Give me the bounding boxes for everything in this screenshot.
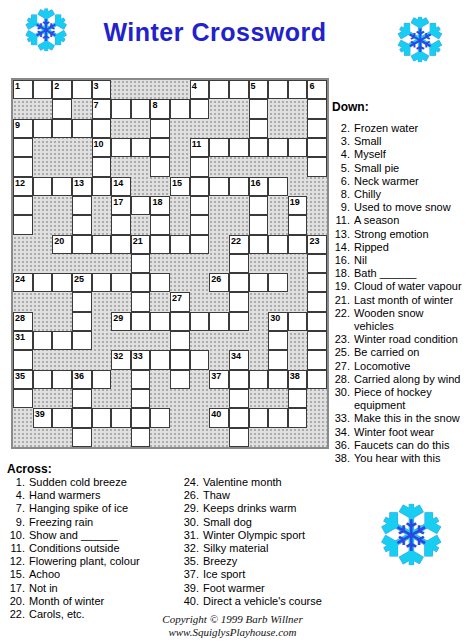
- copyright: Copyright © 1999 Barb Willner www.Squigl…: [115, 613, 350, 639]
- clue-list-text: Wooden snow vehicles: [354, 307, 424, 333]
- letter-cell[interactable]: [307, 312, 327, 331]
- letter-cell[interactable]: [249, 370, 269, 389]
- clue-list-number: 15.: [7, 568, 25, 581]
- clue-list-text: Keeps drinks warm: [203, 502, 297, 515]
- letter-cell[interactable]: [268, 177, 288, 196]
- blocked-cell: [268, 254, 288, 273]
- letter-cell[interactable]: [229, 292, 249, 311]
- letter-cell[interactable]: [72, 196, 92, 215]
- clue-list-text: Flowering plant, colour: [29, 555, 140, 568]
- letter-cell[interactable]: [111, 408, 131, 427]
- letter-cell[interactable]: [288, 408, 308, 427]
- down-clue: 22.Wooden snow vehicles: [332, 307, 467, 333]
- letter-cell[interactable]: [229, 428, 249, 447]
- blocked-cell: [229, 331, 249, 350]
- blocked-cell: [111, 80, 131, 99]
- letter-cell[interactable]: 25: [72, 273, 92, 292]
- letter-cell[interactable]: [190, 177, 210, 196]
- blocked-cell: [307, 196, 327, 215]
- blocked-cell: [72, 138, 92, 157]
- letter-cell[interactable]: [111, 235, 131, 254]
- clue-number: 1: [15, 81, 20, 91]
- blocked-cell: [249, 389, 269, 408]
- letter-cell[interactable]: [190, 196, 210, 215]
- blocked-cell: [268, 119, 288, 138]
- clue-number: 20: [54, 236, 64, 246]
- letter-cell[interactable]: 13: [72, 177, 92, 196]
- blocked-cell: [111, 331, 131, 350]
- clue-list-number: 8.: [332, 188, 350, 201]
- letter-cell[interactable]: [13, 389, 33, 408]
- letter-cell[interactable]: 40: [209, 408, 229, 427]
- blocked-cell: [170, 389, 190, 408]
- letter-cell[interactable]: [170, 99, 190, 118]
- letter-cell[interactable]: 31: [13, 331, 33, 350]
- clue-number: 31: [15, 332, 25, 342]
- letter-cell[interactable]: 3: [92, 80, 112, 99]
- letter-cell[interactable]: [307, 157, 327, 176]
- letter-cell[interactable]: 9: [13, 119, 33, 138]
- letter-cell[interactable]: [111, 99, 131, 118]
- snowflake-icon: ❆ ❄: [394, 10, 446, 72]
- letter-cell[interactable]: [52, 273, 72, 292]
- letter-cell[interactable]: [307, 292, 327, 311]
- blocked-cell: [33, 428, 53, 447]
- letter-cell[interactable]: [190, 235, 210, 254]
- letter-cell[interactable]: [170, 370, 190, 389]
- letter-cell[interactable]: [52, 99, 72, 118]
- across-clue: 35.Breezy: [181, 555, 339, 568]
- letter-cell[interactable]: [209, 138, 229, 157]
- clue-list-number: 10.: [7, 529, 25, 542]
- letter-cell[interactable]: [249, 235, 269, 254]
- letter-cell[interactable]: [150, 157, 170, 176]
- letter-cell[interactable]: [131, 254, 151, 273]
- letter-cell[interactable]: [150, 408, 170, 427]
- clue-list-number: 24.: [181, 476, 199, 489]
- blocked-cell: [268, 157, 288, 176]
- letter-cell[interactable]: [190, 99, 210, 118]
- clue-number: 15: [172, 178, 182, 188]
- clue-list-number: 22.: [332, 307, 350, 333]
- letter-cell[interactable]: [268, 273, 288, 292]
- across-clue: 20.Month of winter: [7, 595, 179, 608]
- blocked-cell: [92, 389, 112, 408]
- clue-number: 5: [251, 81, 256, 91]
- clue-list-text: Ripped: [354, 241, 389, 254]
- letter-cell[interactable]: [33, 177, 53, 196]
- letter-cell[interactable]: [288, 138, 308, 157]
- clue-list-text: Hand warmers: [29, 489, 101, 502]
- clue-list-text: Chilly: [354, 188, 381, 201]
- blocked-cell: [170, 138, 190, 157]
- letter-cell[interactable]: 12: [13, 177, 33, 196]
- letter-cell[interactable]: [150, 350, 170, 369]
- letter-cell[interactable]: [229, 177, 249, 196]
- clue-number: 35: [15, 371, 25, 381]
- blocked-cell: [268, 428, 288, 447]
- letter-cell[interactable]: 36: [72, 370, 92, 389]
- letter-cell[interactable]: [190, 215, 210, 234]
- letter-cell[interactable]: [307, 370, 327, 389]
- letter-cell[interactable]: 28: [13, 312, 33, 331]
- letter-cell[interactable]: [72, 331, 92, 350]
- blocked-cell: [209, 157, 229, 176]
- letter-cell[interactable]: 16: [249, 177, 269, 196]
- letter-cell[interactable]: [150, 312, 170, 331]
- blocked-cell: [33, 138, 53, 157]
- letter-cell[interactable]: [249, 273, 269, 292]
- snowflake-inner-icon: ❄: [22, 2, 71, 60]
- blocked-cell: [13, 254, 33, 273]
- clue-list-text: Make this in the snow: [354, 412, 460, 425]
- letter-cell[interactable]: [288, 215, 308, 234]
- blocked-cell: [268, 215, 288, 234]
- letter-cell[interactable]: 1: [13, 80, 33, 99]
- letter-cell[interactable]: [268, 350, 288, 369]
- letter-cell[interactable]: [131, 273, 151, 292]
- down-clue: 21.Last month of winter: [332, 294, 467, 307]
- letter-cell[interactable]: [72, 408, 92, 427]
- blocked-cell: [288, 292, 308, 311]
- letter-cell[interactable]: [131, 138, 151, 157]
- letter-cell[interactable]: [268, 331, 288, 350]
- down-clue: 28.Carried along by wind: [332, 373, 467, 386]
- letter-cell[interactable]: [307, 138, 327, 157]
- letter-cell[interactable]: [268, 235, 288, 254]
- blocked-cell: [111, 389, 131, 408]
- clue-list-number: 33.: [332, 412, 350, 425]
- letter-cell[interactable]: [229, 389, 249, 408]
- letter-cell[interactable]: [249, 138, 269, 157]
- letter-cell[interactable]: [13, 157, 33, 176]
- clue-number: 11: [192, 139, 202, 149]
- blocked-cell: [72, 99, 92, 118]
- letter-cell[interactable]: [190, 312, 210, 331]
- letter-cell[interactable]: 37: [209, 370, 229, 389]
- blocked-cell: [170, 408, 190, 427]
- blocked-cell: [150, 370, 170, 389]
- clue-list-number: 1.: [7, 476, 25, 489]
- letter-cell[interactable]: [52, 370, 72, 389]
- clue-list-number: 39.: [181, 582, 199, 595]
- snowflake-inner-icon: ❄: [394, 10, 446, 72]
- letter-cell[interactable]: 2: [52, 80, 72, 99]
- letter-cell[interactable]: [229, 273, 249, 292]
- blocked-cell: [33, 99, 53, 118]
- letter-cell[interactable]: 7: [92, 99, 112, 118]
- blocked-cell: [72, 157, 92, 176]
- letter-cell[interactable]: [268, 80, 288, 99]
- across-clue: 37.Ice sport: [181, 568, 339, 581]
- letter-cell[interactable]: [33, 331, 53, 350]
- clue-list-text: Not in: [29, 582, 58, 595]
- blocked-cell: [72, 254, 92, 273]
- clue-list-number: 22.: [7, 608, 25, 621]
- letter-cell[interactable]: [288, 312, 308, 331]
- letter-cell[interactable]: [229, 254, 249, 273]
- letter-cell[interactable]: [229, 408, 249, 427]
- clue-list-number: 6.: [332, 175, 350, 188]
- letter-cell[interactable]: 15: [170, 177, 190, 196]
- letter-cell[interactable]: [229, 138, 249, 157]
- blocked-cell: [307, 177, 327, 196]
- letter-cell[interactable]: 4: [190, 80, 210, 99]
- letter-cell[interactable]: [72, 119, 92, 138]
- letter-cell[interactable]: [13, 138, 33, 157]
- clue-list-text: Carols, etc.: [29, 608, 85, 621]
- clue-list-number: 40.: [181, 595, 199, 608]
- clue-list-text: Ice sport: [203, 568, 245, 581]
- letter-cell[interactable]: [111, 215, 131, 234]
- letter-cell[interactable]: [13, 350, 33, 369]
- letter-cell[interactable]: 11: [190, 138, 210, 157]
- letter-cell[interactable]: [268, 408, 288, 427]
- blocked-cell: [131, 80, 151, 99]
- letter-cell[interactable]: [72, 235, 92, 254]
- letter-cell[interactable]: [190, 157, 210, 176]
- clue-list-text: Strong emotion: [354, 228, 429, 241]
- clue-list-number: 9.: [7, 516, 25, 529]
- letter-cell[interactable]: [170, 312, 190, 331]
- blocked-cell: [190, 119, 210, 138]
- blocked-cell: [52, 196, 72, 215]
- letter-cell[interactable]: [150, 119, 170, 138]
- letter-cell[interactable]: [307, 119, 327, 138]
- letter-cell[interactable]: 38: [288, 370, 308, 389]
- letter-cell[interactable]: 14: [111, 177, 131, 196]
- across-clue: 9.Freezing rain: [7, 516, 179, 529]
- clue-list-number: 19.: [332, 280, 350, 293]
- across-clue: 1.Sudden cold breeze: [7, 476, 179, 489]
- clue-list-text: Foot warmer: [203, 582, 265, 595]
- letter-cell[interactable]: [131, 312, 151, 331]
- letter-cell[interactable]: [52, 408, 72, 427]
- letter-cell[interactable]: 10: [92, 138, 112, 157]
- letter-cell[interactable]: 24: [13, 273, 33, 292]
- letter-cell[interactable]: [72, 80, 92, 99]
- blocked-cell: [52, 428, 72, 447]
- letter-cell[interactable]: [288, 389, 308, 408]
- letter-cell[interactable]: [131, 292, 151, 311]
- letter-cell[interactable]: [131, 389, 151, 408]
- clue-list-text: Silky material: [203, 542, 268, 555]
- letter-cell[interactable]: [170, 331, 190, 350]
- clue-list-number: 16.: [332, 254, 350, 267]
- letter-cell[interactable]: [13, 215, 33, 234]
- blocked-cell: [150, 331, 170, 350]
- letter-cell[interactable]: [209, 312, 229, 331]
- letter-cell[interactable]: [33, 119, 53, 138]
- letter-cell[interactable]: [307, 99, 327, 118]
- letter-cell[interactable]: 17: [111, 196, 131, 215]
- blocked-cell: [33, 312, 53, 331]
- letter-cell[interactable]: [33, 370, 53, 389]
- down-clue: 33.Make this in the snow: [332, 412, 467, 425]
- letter-cell[interactable]: [72, 215, 92, 234]
- blocked-cell: [190, 292, 210, 311]
- clue-list-number: 35.: [181, 555, 199, 568]
- letter-cell[interactable]: [92, 157, 112, 176]
- letter-cell[interactable]: [209, 80, 229, 99]
- letter-cell[interactable]: 30: [268, 312, 288, 331]
- clue-list-text: Winter foot wear: [354, 426, 434, 439]
- across-clue: 17.Not in: [7, 582, 179, 595]
- letter-cell[interactable]: 26: [209, 273, 229, 292]
- letter-cell[interactable]: 5: [249, 80, 269, 99]
- snowflake-icon: ❆ ❄: [22, 2, 71, 60]
- letter-cell[interactable]: [249, 215, 269, 234]
- letter-cell[interactable]: [92, 119, 112, 138]
- blocked-cell: [249, 292, 269, 311]
- letter-cell[interactable]: 35: [13, 370, 33, 389]
- letter-cell[interactable]: [92, 177, 112, 196]
- blocked-cell: [268, 292, 288, 311]
- letter-cell[interactable]: [13, 196, 33, 215]
- blocked-cell: [190, 331, 210, 350]
- letter-cell[interactable]: [150, 235, 170, 254]
- blocked-cell: [209, 196, 229, 215]
- letter-cell[interactable]: 39: [33, 408, 53, 427]
- letter-cell[interactable]: [170, 350, 190, 369]
- letter-cell[interactable]: [72, 292, 92, 311]
- blocked-cell: [209, 215, 229, 234]
- letter-cell[interactable]: [307, 273, 327, 292]
- letter-cell[interactable]: [307, 350, 327, 369]
- letter-cell[interactable]: [307, 254, 327, 273]
- letter-cell[interactable]: [150, 138, 170, 157]
- letter-cell[interactable]: [288, 235, 308, 254]
- blocked-cell: [190, 389, 210, 408]
- across-clue-list-col2: 24.Valentine month26.Thaw29.Keeps drinks…: [181, 476, 339, 608]
- letter-cell[interactable]: [72, 389, 92, 408]
- letter-cell[interactable]: [268, 138, 288, 157]
- clue-list-text: Faucets can do this: [354, 439, 449, 452]
- clue-number: 40: [211, 409, 221, 419]
- blocked-cell: [92, 254, 112, 273]
- clue-list-text: A season: [354, 214, 399, 227]
- letter-cell[interactable]: 22: [229, 235, 249, 254]
- down-clue: 30.Piece of hockey equipment: [332, 386, 467, 412]
- blocked-cell: [288, 254, 308, 273]
- letter-cell[interactable]: [229, 80, 249, 99]
- letter-cell[interactable]: [288, 80, 308, 99]
- letter-cell[interactable]: [131, 99, 151, 118]
- blocked-cell: [33, 350, 53, 369]
- clue-list-text: Breezy: [203, 555, 237, 568]
- letter-cell[interactable]: [33, 273, 53, 292]
- letter-cell[interactable]: [52, 331, 72, 350]
- blocked-cell: [150, 254, 170, 273]
- blocked-cell: [52, 389, 72, 408]
- letter-cell[interactable]: [229, 370, 249, 389]
- letter-cell[interactable]: 34: [229, 350, 249, 369]
- letter-cell[interactable]: [131, 428, 151, 447]
- letter-cell[interactable]: 33: [131, 350, 151, 369]
- clue-list-number: 12.: [7, 555, 25, 568]
- letter-cell[interactable]: 27: [170, 292, 190, 311]
- down-clue: 3.Small: [332, 135, 467, 148]
- clue-list-number: 5.: [332, 162, 350, 175]
- letter-cell[interactable]: [131, 370, 151, 389]
- letter-cell[interactable]: [249, 99, 269, 118]
- letter-cell[interactable]: [52, 177, 72, 196]
- letter-cell[interactable]: [249, 196, 269, 215]
- letter-cell[interactable]: [249, 119, 269, 138]
- blocked-cell: [131, 119, 151, 138]
- letter-cell[interactable]: 32: [111, 350, 131, 369]
- letter-cell[interactable]: 29: [111, 312, 131, 331]
- letter-cell[interactable]: [209, 177, 229, 196]
- blocked-cell: [249, 350, 269, 369]
- letter-cell[interactable]: 6: [307, 80, 327, 99]
- blocked-cell: [249, 157, 269, 176]
- letter-cell[interactable]: [170, 235, 190, 254]
- letter-cell[interactable]: [52, 119, 72, 138]
- clue-number: 39: [35, 409, 45, 419]
- clue-list-text: Show and ______: [29, 529, 118, 542]
- blocked-cell: [52, 157, 72, 176]
- blocked-cell: [249, 312, 269, 331]
- letter-cell[interactable]: [229, 312, 249, 331]
- blocked-cell: [92, 215, 112, 234]
- blocked-cell: [170, 273, 190, 292]
- letter-cell[interactable]: [190, 350, 210, 369]
- across-clue: 32.Silky material: [181, 542, 339, 555]
- blocked-cell: [190, 370, 210, 389]
- letter-cell[interactable]: [307, 331, 327, 350]
- clue-list-text: Valentine month: [203, 476, 282, 489]
- blocked-cell: [170, 215, 190, 234]
- letter-cell[interactable]: [150, 273, 170, 292]
- letter-cell[interactable]: 18: [150, 196, 170, 215]
- blocked-cell: [150, 428, 170, 447]
- letter-cell[interactable]: [131, 408, 151, 427]
- clue-list-text: Locomotive: [354, 360, 410, 373]
- letter-cell[interactable]: [111, 138, 131, 157]
- blocked-cell: [170, 119, 190, 138]
- page: Winter Crossword ❆ ❄ ❆ ❄ ❆ ❄ 12345678910…: [0, 0, 469, 644]
- down-clue: 9.Used to move snow: [332, 201, 467, 214]
- letter-cell[interactable]: 8: [150, 99, 170, 118]
- blocked-cell: [307, 428, 327, 447]
- down-clue: 38.You hear with this: [332, 452, 467, 465]
- letter-cell[interactable]: [150, 215, 170, 234]
- letter-cell[interactable]: 20: [52, 235, 72, 254]
- down-clue: 2.Frozen water: [332, 122, 467, 135]
- clue-number: 9: [15, 120, 20, 130]
- letter-cell[interactable]: [92, 235, 112, 254]
- letter-cell[interactable]: [111, 273, 131, 292]
- blocked-cell: [190, 273, 210, 292]
- letter-cell[interactable]: [92, 370, 112, 389]
- letter-cell[interactable]: [268, 370, 288, 389]
- letter-cell[interactable]: [92, 273, 112, 292]
- letter-cell[interactable]: [131, 196, 151, 215]
- letter-cell[interactable]: 21: [131, 235, 151, 254]
- across-clue: 31.Winter Olympic sport: [181, 529, 339, 542]
- letter-cell[interactable]: [33, 80, 53, 99]
- letter-cell[interactable]: 19: [288, 196, 308, 215]
- letter-cell[interactable]: [72, 312, 92, 331]
- letter-cell[interactable]: [72, 428, 92, 447]
- across-clue: 29.Keeps drinks warm: [181, 502, 339, 515]
- letter-cell[interactable]: [92, 408, 112, 427]
- blocked-cell: [111, 292, 131, 311]
- letter-cell[interactable]: [249, 408, 269, 427]
- letter-cell[interactable]: 23: [307, 235, 327, 254]
- clue-list-number: 13.: [332, 228, 350, 241]
